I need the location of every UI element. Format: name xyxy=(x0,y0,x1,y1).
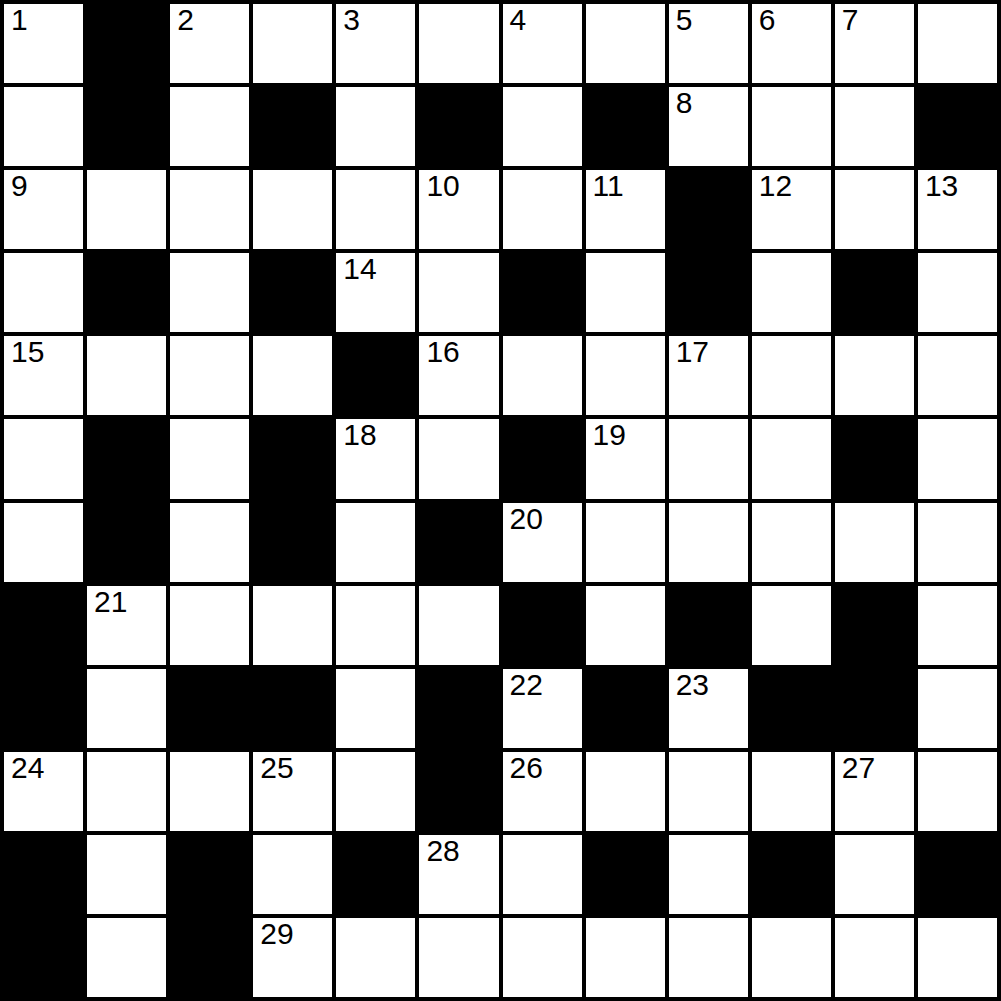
cell-r10c1[interactable] xyxy=(87,835,166,914)
block-cell-r2c8 xyxy=(669,170,748,249)
cell-r1c8[interactable]: 8 xyxy=(669,87,748,166)
cell-r7c7[interactable] xyxy=(586,586,665,665)
cell-r6c8[interactable] xyxy=(669,503,748,582)
cell-r11c10[interactable] xyxy=(835,918,914,997)
cell-r5c0[interactable] xyxy=(4,419,83,498)
cell-r4c3[interactable] xyxy=(253,336,332,415)
cell-r9c7[interactable] xyxy=(586,752,665,831)
block-cell-r3c10 xyxy=(835,253,914,332)
cell-r9c1[interactable] xyxy=(87,752,166,831)
block-cell-r8c3 xyxy=(253,669,332,748)
block-cell-r8c5 xyxy=(419,669,498,748)
cell-r5c2[interactable] xyxy=(170,419,249,498)
block-cell-r3c1 xyxy=(87,253,166,332)
cell-r9c3[interactable]: 25 xyxy=(253,752,332,831)
cell-r5c4[interactable]: 18 xyxy=(336,419,415,498)
cell-r2c3[interactable] xyxy=(253,170,332,249)
cell-r2c4[interactable] xyxy=(336,170,415,249)
cell-r1c10[interactable] xyxy=(835,87,914,166)
clue-number: 9 xyxy=(11,171,28,201)
block-cell-r10c4 xyxy=(336,835,415,914)
block-cell-r0c1 xyxy=(87,4,166,83)
cell-r10c10[interactable] xyxy=(835,835,914,914)
clue-number: 21 xyxy=(94,587,127,617)
cell-r9c10[interactable]: 27 xyxy=(835,752,914,831)
block-cell-r5c1 xyxy=(87,419,166,498)
cell-r1c4[interactable] xyxy=(336,87,415,166)
cell-r8c8[interactable]: 23 xyxy=(669,669,748,748)
cell-r11c9[interactable] xyxy=(752,918,831,997)
cell-r5c11[interactable] xyxy=(918,419,997,498)
block-cell-r11c2 xyxy=(170,918,249,997)
cell-r5c9[interactable] xyxy=(752,419,831,498)
cell-r3c0[interactable] xyxy=(4,253,83,332)
cell-r1c0[interactable] xyxy=(4,87,83,166)
cell-r2c1[interactable] xyxy=(87,170,166,249)
block-cell-r10c9 xyxy=(752,835,831,914)
cell-r3c11[interactable] xyxy=(918,253,997,332)
clue-number: 22 xyxy=(510,670,543,700)
cell-r9c2[interactable] xyxy=(170,752,249,831)
cell-r9c6[interactable]: 26 xyxy=(503,752,582,831)
cell-r7c5[interactable] xyxy=(419,586,498,665)
cell-r2c6[interactable] xyxy=(503,170,582,249)
clue-number: 5 xyxy=(676,5,693,35)
clue-number: 6 xyxy=(759,5,776,35)
cell-r0c11[interactable] xyxy=(918,4,997,83)
clue-number: 7 xyxy=(842,5,859,35)
cell-r8c6[interactable]: 22 xyxy=(503,669,582,748)
block-cell-r8c9 xyxy=(752,669,831,748)
cell-r11c3[interactable]: 29 xyxy=(253,918,332,997)
block-cell-r5c10 xyxy=(835,419,914,498)
cell-r7c1[interactable]: 21 xyxy=(87,586,166,665)
cell-r3c9[interactable] xyxy=(752,253,831,332)
cell-r6c9[interactable] xyxy=(752,503,831,582)
clue-number: 27 xyxy=(842,753,875,783)
cell-r5c7[interactable]: 19 xyxy=(586,419,665,498)
cell-r10c8[interactable] xyxy=(669,835,748,914)
block-cell-r8c10 xyxy=(835,669,914,748)
cell-r0c5[interactable] xyxy=(419,4,498,83)
block-cell-r6c3 xyxy=(253,503,332,582)
block-cell-r7c8 xyxy=(669,586,748,665)
cell-r11c4[interactable] xyxy=(336,918,415,997)
cell-r2c7[interactable]: 11 xyxy=(586,170,665,249)
block-cell-r7c6 xyxy=(503,586,582,665)
cell-r7c2[interactable] xyxy=(170,586,249,665)
clue-number: 16 xyxy=(426,337,459,367)
clue-number: 28 xyxy=(426,836,459,866)
cell-r4c6[interactable] xyxy=(503,336,582,415)
clue-number: 15 xyxy=(11,337,44,367)
clue-number: 26 xyxy=(510,753,543,783)
block-cell-r10c7 xyxy=(586,835,665,914)
cell-r6c2[interactable] xyxy=(170,503,249,582)
cell-r7c4[interactable] xyxy=(336,586,415,665)
block-cell-r1c5 xyxy=(419,87,498,166)
block-cell-r11c0 xyxy=(4,918,83,997)
clue-number: 23 xyxy=(676,670,709,700)
clue-number: 18 xyxy=(343,420,376,450)
cell-r11c8[interactable] xyxy=(669,918,748,997)
clue-number: 13 xyxy=(925,171,958,201)
cell-r10c5[interactable]: 28 xyxy=(419,835,498,914)
clue-number: 1 xyxy=(11,5,28,35)
clue-number: 8 xyxy=(676,88,693,118)
cell-r6c7[interactable] xyxy=(586,503,665,582)
cell-r9c0[interactable]: 24 xyxy=(4,752,83,831)
cell-r3c2[interactable] xyxy=(170,253,249,332)
block-cell-r1c7 xyxy=(586,87,665,166)
cell-r4c8[interactable]: 17 xyxy=(669,336,748,415)
cell-r4c7[interactable] xyxy=(586,336,665,415)
cell-r2c0[interactable]: 9 xyxy=(4,170,83,249)
clue-number: 14 xyxy=(343,254,376,284)
cell-r7c11[interactable] xyxy=(918,586,997,665)
cell-r6c10[interactable] xyxy=(835,503,914,582)
cell-r2c5[interactable]: 10 xyxy=(419,170,498,249)
block-cell-r6c1 xyxy=(87,503,166,582)
block-cell-r3c6 xyxy=(503,253,582,332)
cell-r2c11[interactable]: 13 xyxy=(918,170,997,249)
cell-r10c6[interactable] xyxy=(503,835,582,914)
cell-r11c6[interactable] xyxy=(503,918,582,997)
block-cell-r7c0 xyxy=(4,586,83,665)
cell-r8c1[interactable] xyxy=(87,669,166,748)
cell-r0c9[interactable]: 6 xyxy=(752,4,831,83)
cell-r0c4[interactable]: 3 xyxy=(336,4,415,83)
clue-number: 3 xyxy=(343,5,360,35)
block-cell-r10c2 xyxy=(170,835,249,914)
block-cell-r10c11 xyxy=(918,835,997,914)
block-cell-r6c5 xyxy=(419,503,498,582)
cell-r4c5[interactable]: 16 xyxy=(419,336,498,415)
block-cell-r1c3 xyxy=(253,87,332,166)
cell-r8c11[interactable] xyxy=(918,669,997,748)
cell-r4c11[interactable] xyxy=(918,336,997,415)
cell-r5c5[interactable] xyxy=(419,419,498,498)
block-cell-r1c1 xyxy=(87,87,166,166)
cell-r3c4[interactable]: 14 xyxy=(336,253,415,332)
cell-r9c4[interactable] xyxy=(336,752,415,831)
cell-r0c3[interactable] xyxy=(253,4,332,83)
clue-number: 11 xyxy=(593,171,624,201)
cell-r9c11[interactable] xyxy=(918,752,997,831)
block-cell-r9c5 xyxy=(419,752,498,831)
cell-r11c7[interactable] xyxy=(586,918,665,997)
block-cell-r8c0 xyxy=(4,669,83,748)
clue-number: 20 xyxy=(510,504,543,534)
crossword-board: 1234567891011121314151617181920212223242… xyxy=(0,0,1001,1001)
cell-r5c8[interactable] xyxy=(669,419,748,498)
clue-number: 29 xyxy=(260,919,293,949)
cell-r4c2[interactable] xyxy=(170,336,249,415)
cell-r7c3[interactable] xyxy=(253,586,332,665)
clue-number: 17 xyxy=(676,337,709,367)
block-cell-r10c0 xyxy=(4,835,83,914)
cell-r6c0[interactable] xyxy=(4,503,83,582)
cell-r3c5[interactable] xyxy=(419,253,498,332)
block-cell-r7c10 xyxy=(835,586,914,665)
cell-r2c9[interactable]: 12 xyxy=(752,170,831,249)
cell-r0c2[interactable]: 2 xyxy=(170,4,249,83)
cell-r4c0[interactable]: 15 xyxy=(4,336,83,415)
block-cell-r5c3 xyxy=(253,419,332,498)
cell-r2c2[interactable] xyxy=(170,170,249,249)
clue-number: 19 xyxy=(593,420,626,450)
cell-r9c8[interactable] xyxy=(669,752,748,831)
cell-r11c5[interactable] xyxy=(419,918,498,997)
cell-r1c9[interactable] xyxy=(752,87,831,166)
cell-r2c10[interactable] xyxy=(835,170,914,249)
clue-number: 25 xyxy=(260,753,293,783)
cell-r0c6[interactable]: 4 xyxy=(503,4,582,83)
clue-number: 24 xyxy=(11,753,44,783)
cell-r0c7[interactable] xyxy=(586,4,665,83)
cell-r0c0[interactable]: 1 xyxy=(4,4,83,83)
block-cell-r1c11 xyxy=(918,87,997,166)
clue-number: 4 xyxy=(510,5,527,35)
cell-r3c7[interactable] xyxy=(586,253,665,332)
cell-r6c6[interactable]: 20 xyxy=(503,503,582,582)
cell-r8c4[interactable] xyxy=(336,669,415,748)
cell-r1c6[interactable] xyxy=(503,87,582,166)
cell-r7c9[interactable] xyxy=(752,586,831,665)
cell-r6c11[interactable] xyxy=(918,503,997,582)
block-cell-r8c7 xyxy=(586,669,665,748)
cell-r9c9[interactable] xyxy=(752,752,831,831)
cell-r4c10[interactable] xyxy=(835,336,914,415)
clue-number: 12 xyxy=(759,171,792,201)
block-cell-r5c6 xyxy=(503,419,582,498)
cell-r10c3[interactable] xyxy=(253,835,332,914)
cell-r4c1[interactable] xyxy=(87,336,166,415)
cell-r6c4[interactable] xyxy=(336,503,415,582)
cell-r0c10[interactable]: 7 xyxy=(835,4,914,83)
clue-number: 2 xyxy=(177,5,194,35)
block-cell-r4c4 xyxy=(336,336,415,415)
cell-r11c1[interactable] xyxy=(87,918,166,997)
block-cell-r8c2 xyxy=(170,669,249,748)
cell-r4c9[interactable] xyxy=(752,336,831,415)
block-cell-r3c8 xyxy=(669,253,748,332)
cell-r11c11[interactable] xyxy=(918,918,997,997)
block-cell-r3c3 xyxy=(253,253,332,332)
clue-number: 10 xyxy=(426,171,459,201)
cell-r0c8[interactable]: 5 xyxy=(669,4,748,83)
cell-r1c2[interactable] xyxy=(170,87,249,166)
